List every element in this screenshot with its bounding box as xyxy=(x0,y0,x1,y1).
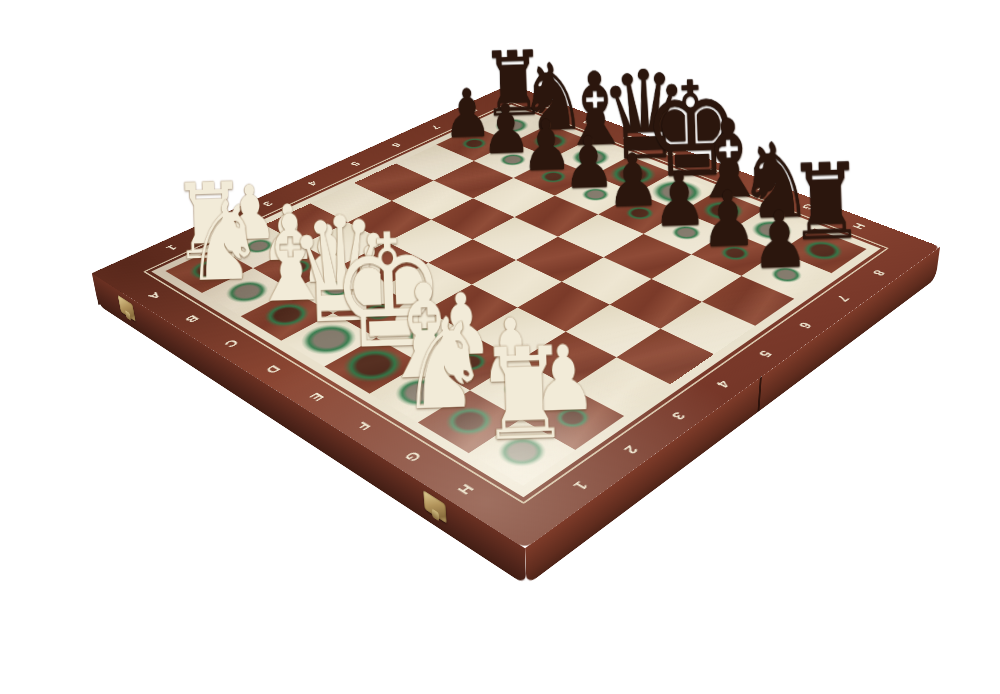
felt-base-shadow xyxy=(620,204,659,223)
square-f6[interactable] xyxy=(604,234,692,279)
rank-label-right-3: 3 xyxy=(668,410,688,422)
file-label-far-c: C xyxy=(620,134,636,141)
rank-label-right-5: 5 xyxy=(756,349,775,359)
square-d7[interactable]: ♟ xyxy=(555,175,637,214)
square-d5[interactable] xyxy=(473,217,558,260)
piece-black-pawn-b7[interactable]: ♟ xyxy=(480,94,530,164)
file-label-far-e: E xyxy=(706,167,722,174)
piece-black-pawn-e7[interactable]: ♟ xyxy=(605,143,658,218)
square-a6[interactable] xyxy=(396,145,474,181)
rank-label-left-8: 8 xyxy=(466,107,480,113)
fold-seam xyxy=(757,376,761,412)
square-c5[interactable] xyxy=(431,198,514,239)
felt-base-shadow xyxy=(495,151,531,168)
rank-label-right-6: 6 xyxy=(796,321,815,331)
square-d6[interactable] xyxy=(515,196,598,237)
piece-black-pawn-h7[interactable]: ♟ xyxy=(750,200,807,280)
felt-base-shadow xyxy=(564,145,617,169)
chess-board: ♜♞♝♛♚♝♞♜♟♟♟♟♟♟♟♟♟♟♟♟♟♟♟♟♜♞♝♛♚♝♞♜ AA11BB2… xyxy=(92,84,940,548)
rank-label-left-6: 6 xyxy=(389,142,403,148)
piece-black-pawn-d7[interactable]: ♟ xyxy=(562,126,614,199)
rank-label-left-5: 5 xyxy=(348,161,362,168)
file-label-near-h: H xyxy=(454,482,477,497)
piece-black-pawn-a7[interactable]: ♟ xyxy=(442,79,491,147)
square-d8[interactable]: ♛ xyxy=(593,156,673,193)
piece-white-rook-h1[interactable]: ♜ xyxy=(476,330,545,459)
rank-label-left-7: 7 xyxy=(429,124,443,130)
rank-label-right-7: 7 xyxy=(834,294,852,303)
piece-black-rook-a8[interactable]: ♜ xyxy=(480,39,528,129)
square-a8[interactable]: ♜ xyxy=(474,110,549,143)
piece-black-pawn-c7[interactable]: ♟ xyxy=(520,110,571,181)
piece-black-knight-b8[interactable]: ♞ xyxy=(518,51,567,145)
square-e7[interactable]: ♟ xyxy=(598,193,681,234)
file-label-far-b: B xyxy=(580,119,596,126)
photo-canvas: ♜♞♝♛♚♝♞♜♟♟♟♟♟♟♟♟♟♟♟♟♟♟♟♟♜♞♝♛♚♝♞♜ AA11BB2… xyxy=(0,0,1000,694)
rank-label-right-1: 1 xyxy=(570,479,591,492)
square-b6[interactable] xyxy=(434,161,514,198)
square-b7[interactable]: ♟ xyxy=(474,142,552,178)
file-label-near-f: F xyxy=(354,420,374,432)
file-label-near-d: D xyxy=(263,364,283,376)
piece-black-king-e8[interactable]: ♚ xyxy=(642,64,696,196)
file-label-far-a: A xyxy=(542,104,557,110)
felt-base-shadow xyxy=(526,130,575,152)
piece-black-pawn-g7[interactable]: ♟ xyxy=(699,180,755,258)
square-b8[interactable]: ♞ xyxy=(512,124,588,158)
rank-label-right-8: 8 xyxy=(870,269,888,278)
rank-label-right-2: 2 xyxy=(621,444,642,456)
board-scene: ♜♞♝♛♚♝♞♜♟♟♟♟♟♟♟♟♟♟♟♟♟♟♟♟♜♞♝♛♚♝♞♜ AA11BB2… xyxy=(216,0,816,560)
file-label-near-e: E xyxy=(307,391,327,403)
file-label-near-b: B xyxy=(183,314,202,324)
square-c7[interactable]: ♟ xyxy=(513,158,593,195)
piece-black-pawn-f7[interactable]: ♟ xyxy=(651,161,706,237)
file-label-near-g: G xyxy=(402,450,425,464)
felt-base-shadow xyxy=(576,185,614,203)
board-tilt-wrapper: ♜♞♝♛♚♝♞♜♟♟♟♟♟♟♟♟♟♟♟♟♟♟♟♟♜♞♝♛♚♝♞♜ AA11BB2… xyxy=(207,0,826,569)
square-c8[interactable]: ♝ xyxy=(552,140,630,176)
brass-clasp-icon xyxy=(423,490,447,523)
brass-clasp-icon xyxy=(118,295,136,322)
rank-label-right-4: 4 xyxy=(713,379,733,390)
felt-base-shadow xyxy=(601,159,665,189)
file-label-far-d: D xyxy=(662,150,678,157)
felt-base-shadow xyxy=(456,136,492,152)
piece-black-bishop-c8[interactable]: ♝ xyxy=(557,60,608,162)
felt-base-shadow xyxy=(488,115,535,136)
file-label-near-a: A xyxy=(145,291,163,301)
piece-black-queen-d8[interactable]: ♛ xyxy=(598,55,650,178)
square-a7[interactable]: ♟ xyxy=(436,127,512,161)
felt-base-shadow xyxy=(535,168,572,185)
square-e6[interactable] xyxy=(558,214,643,257)
file-label-near-c: C xyxy=(222,338,241,349)
square-c6[interactable] xyxy=(473,178,555,217)
